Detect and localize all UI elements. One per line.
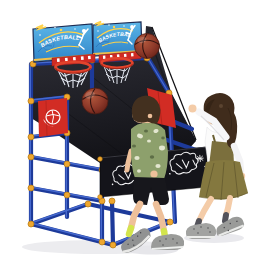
scene-canvas: BASKETBALL BASKETBALL <box>0 0 280 280</box>
boy-hand <box>150 170 157 177</box>
boy-shirt <box>131 123 168 179</box>
girl-hair-tie <box>219 104 223 108</box>
girl-sock-rear <box>225 215 226 221</box>
basketball-lower <box>82 88 108 114</box>
boy-ear <box>148 114 153 119</box>
basketball-upper <box>135 34 160 59</box>
girl-fist <box>189 105 197 113</box>
red-side-panel-left <box>38 98 68 137</box>
boy-sock-rear <box>129 228 131 234</box>
product-photo: BASKETBALL BASKETBALL <box>0 0 280 280</box>
